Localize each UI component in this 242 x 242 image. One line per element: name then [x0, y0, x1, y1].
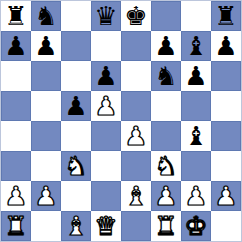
white-knight[interactable]: ♞	[64, 151, 87, 181]
square-b1[interactable]	[31, 211, 61, 241]
black-pawn[interactable]: ♟	[154, 31, 177, 61]
square-f1[interactable]: ♜	[151, 211, 181, 241]
white-rook[interactable]: ♜	[154, 211, 177, 241]
square-f7[interactable]: ♟	[151, 31, 181, 61]
white-bishop[interactable]: ♝	[124, 181, 147, 211]
square-b5[interactable]	[31, 91, 61, 121]
square-f4[interactable]	[151, 121, 181, 151]
white-king[interactable]: ♚	[184, 211, 207, 241]
white-pawn[interactable]: ♟	[94, 91, 117, 121]
square-h1[interactable]	[211, 211, 241, 241]
square-c4[interactable]	[61, 121, 91, 151]
square-h5[interactable]	[211, 91, 241, 121]
square-c1[interactable]: ♝	[61, 211, 91, 241]
white-pawn[interactable]: ♟	[214, 181, 237, 211]
square-f6[interactable]: ♞	[151, 61, 181, 91]
square-d4[interactable]	[91, 121, 121, 151]
square-e4[interactable]: ♟	[121, 121, 151, 151]
square-b2[interactable]: ♟	[31, 181, 61, 211]
square-h4[interactable]	[211, 121, 241, 151]
white-queen[interactable]: ♛	[94, 211, 117, 241]
square-g7[interactable]: ♝	[181, 31, 211, 61]
black-pawn[interactable]: ♟	[4, 31, 27, 61]
square-h3[interactable]	[211, 151, 241, 181]
white-bishop[interactable]: ♝	[64, 211, 87, 241]
square-f5[interactable]	[151, 91, 181, 121]
square-f8[interactable]	[151, 1, 181, 31]
square-f2[interactable]: ♟	[151, 181, 181, 211]
square-b3[interactable]	[31, 151, 61, 181]
square-e1[interactable]	[121, 211, 151, 241]
square-e7[interactable]	[121, 31, 151, 61]
square-c7[interactable]	[61, 31, 91, 61]
square-a7[interactable]: ♟	[1, 31, 31, 61]
square-g1[interactable]: ♚	[181, 211, 211, 241]
square-e5[interactable]	[121, 91, 151, 121]
square-e8[interactable]: ♚	[121, 1, 151, 31]
square-a8[interactable]: ♜	[1, 1, 31, 31]
white-pawn[interactable]: ♟	[124, 121, 147, 151]
chess-board: ♜♞♛♚♜♟♟♟♝♟♟♞♟♟♟♟♝♞♞♟♟♝♟♟♟♜♝♛♜♚	[0, 0, 242, 242]
square-a4[interactable]	[1, 121, 31, 151]
black-king[interactable]: ♚	[124, 1, 147, 31]
black-pawn[interactable]: ♟	[184, 61, 207, 91]
square-g3[interactable]	[181, 151, 211, 181]
square-b4[interactable]	[31, 121, 61, 151]
white-rook[interactable]: ♜	[4, 211, 27, 241]
black-bishop[interactable]: ♝	[184, 31, 207, 61]
square-f3[interactable]: ♞	[151, 151, 181, 181]
black-queen[interactable]: ♛	[94, 1, 117, 31]
black-knight[interactable]: ♞	[34, 1, 57, 31]
white-pawn[interactable]: ♟	[4, 181, 27, 211]
square-a1[interactable]: ♜	[1, 211, 31, 241]
square-h8[interactable]: ♜	[211, 1, 241, 31]
white-knight[interactable]: ♞	[154, 151, 177, 181]
white-pawn[interactable]: ♟	[34, 181, 57, 211]
square-e3[interactable]	[121, 151, 151, 181]
square-d6[interactable]: ♟	[91, 61, 121, 91]
square-b6[interactable]	[31, 61, 61, 91]
square-h7[interactable]: ♟	[211, 31, 241, 61]
square-g2[interactable]: ♟	[181, 181, 211, 211]
square-c2[interactable]	[61, 181, 91, 211]
square-d7[interactable]	[91, 31, 121, 61]
square-h2[interactable]: ♟	[211, 181, 241, 211]
black-rook[interactable]: ♜	[4, 1, 27, 31]
square-c8[interactable]	[61, 1, 91, 31]
square-c5[interactable]: ♟	[61, 91, 91, 121]
square-c6[interactable]	[61, 61, 91, 91]
square-g5[interactable]	[181, 91, 211, 121]
black-bishop[interactable]: ♝	[184, 121, 207, 151]
square-a6[interactable]	[1, 61, 31, 91]
square-b8[interactable]: ♞	[31, 1, 61, 31]
square-b7[interactable]: ♟	[31, 31, 61, 61]
square-g4[interactable]: ♝	[181, 121, 211, 151]
white-pawn[interactable]: ♟	[154, 181, 177, 211]
black-pawn[interactable]: ♟	[64, 91, 87, 121]
square-d2[interactable]	[91, 181, 121, 211]
square-c3[interactable]: ♞	[61, 151, 91, 181]
square-e2[interactable]: ♝	[121, 181, 151, 211]
square-e6[interactable]	[121, 61, 151, 91]
black-pawn[interactable]: ♟	[94, 61, 117, 91]
square-d5[interactable]: ♟	[91, 91, 121, 121]
white-pawn[interactable]: ♟	[184, 181, 207, 211]
black-pawn[interactable]: ♟	[214, 31, 237, 61]
square-a2[interactable]: ♟	[1, 181, 31, 211]
square-a5[interactable]	[1, 91, 31, 121]
black-knight[interactable]: ♞	[154, 61, 177, 91]
square-g8[interactable]	[181, 1, 211, 31]
square-h6[interactable]	[211, 61, 241, 91]
square-d1[interactable]: ♛	[91, 211, 121, 241]
square-a3[interactable]	[1, 151, 31, 181]
black-pawn[interactable]: ♟	[34, 31, 57, 61]
square-d3[interactable]	[91, 151, 121, 181]
black-rook[interactable]: ♜	[214, 1, 237, 31]
square-d8[interactable]: ♛	[91, 1, 121, 31]
square-g6[interactable]: ♟	[181, 61, 211, 91]
